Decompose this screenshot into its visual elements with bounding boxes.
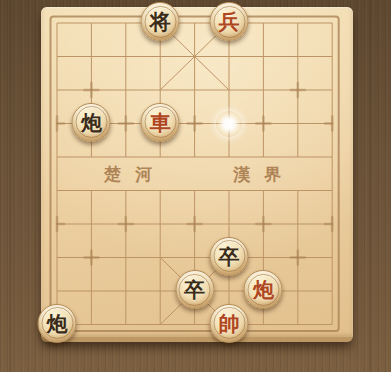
piece-character: 炮: [47, 312, 68, 333]
piece-character: 車: [150, 111, 171, 132]
piece-black-cannon[interactable]: 炮: [72, 102, 111, 141]
piece-character: 炮: [253, 279, 274, 300]
piece-black-cannon[interactable]: 炮: [38, 303, 77, 342]
piece-character: 兵: [219, 11, 240, 32]
piece-character: 将: [150, 11, 171, 32]
pieces-layer: 将兵炮車卒卒炮帥炮: [41, 7, 353, 337]
piece-character: 卒: [184, 279, 205, 300]
piece-character: 炮: [81, 111, 102, 132]
xiangqi-board[interactable]: 楚河 漢界 将兵炮車卒卒炮帥炮: [41, 7, 353, 342]
piece-black-pawn[interactable]: 卒: [175, 270, 214, 309]
move-highlight-glow[interactable]: [216, 111, 242, 137]
piece-character: 卒: [219, 245, 240, 266]
piece-red-cannon[interactable]: 炮: [244, 270, 283, 309]
piece-black-pawn[interactable]: 卒: [210, 236, 249, 275]
piece-red-general[interactable]: 帥: [210, 303, 249, 342]
piece-red-pawn[interactable]: 兵: [210, 2, 249, 41]
piece-black-general[interactable]: 将: [141, 2, 180, 41]
piece-character: 帥: [219, 312, 240, 333]
wooden-table-background: 楚河 漢界 将兵炮車卒卒炮帥炮: [0, 0, 391, 372]
piece-red-chariot[interactable]: 車: [141, 102, 180, 141]
